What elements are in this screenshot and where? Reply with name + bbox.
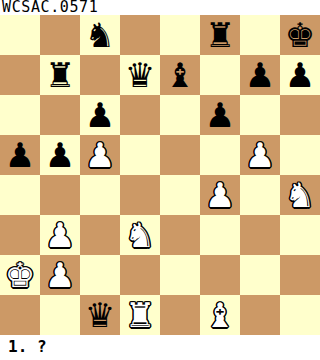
square-b3[interactable]: ♟ (40, 215, 80, 255)
square-d5[interactable] (120, 135, 160, 175)
square-g2[interactable] (240, 255, 280, 295)
square-a6[interactable] (0, 95, 40, 135)
chess-board: ♞♜♚♜♛♝♟♟♟♟♟♟♟♟♟♞♟♞♚♟♛♜♝ (0, 15, 320, 335)
square-d8[interactable] (120, 15, 160, 55)
square-f6[interactable]: ♟ (200, 95, 240, 135)
square-c6[interactable]: ♟ (80, 95, 120, 135)
white-bishop-icon: ♝ (200, 295, 240, 335)
square-e1[interactable] (160, 295, 200, 335)
square-f5[interactable] (200, 135, 240, 175)
square-b8[interactable] (40, 15, 80, 55)
square-a2[interactable]: ♚ (0, 255, 40, 295)
black-queen-icon: ♛ (80, 295, 120, 335)
square-a3[interactable] (0, 215, 40, 255)
black-king-icon: ♚ (280, 15, 320, 55)
square-f8[interactable]: ♜ (200, 15, 240, 55)
problem-title: WCSAC.0571 (0, 0, 320, 15)
square-f3[interactable] (200, 215, 240, 255)
square-c7[interactable] (80, 55, 120, 95)
square-e5[interactable] (160, 135, 200, 175)
square-e4[interactable] (160, 175, 200, 215)
white-pawn-icon: ♟ (240, 135, 280, 175)
square-g6[interactable] (240, 95, 280, 135)
white-king-icon: ♚ (0, 255, 40, 295)
black-pawn-icon: ♟ (0, 135, 40, 175)
black-pawn-icon: ♟ (40, 135, 80, 175)
move-prompt: 1. ? (0, 335, 320, 360)
square-e3[interactable] (160, 215, 200, 255)
square-d2[interactable] (120, 255, 160, 295)
square-g1[interactable] (240, 295, 280, 335)
square-g7[interactable]: ♟ (240, 55, 280, 95)
square-e7[interactable]: ♝ (160, 55, 200, 95)
square-b4[interactable] (40, 175, 80, 215)
square-c2[interactable] (80, 255, 120, 295)
square-a5[interactable]: ♟ (0, 135, 40, 175)
square-b1[interactable] (40, 295, 80, 335)
white-pawn-icon: ♟ (80, 135, 120, 175)
square-e8[interactable] (160, 15, 200, 55)
square-c8[interactable]: ♞ (80, 15, 120, 55)
white-knight-icon: ♞ (120, 215, 160, 255)
black-rook-icon: ♜ (200, 15, 240, 55)
square-a4[interactable] (0, 175, 40, 215)
square-b2[interactable]: ♟ (40, 255, 80, 295)
black-knight-icon: ♞ (80, 15, 120, 55)
square-a1[interactable] (0, 295, 40, 335)
square-g3[interactable] (240, 215, 280, 255)
square-f4[interactable]: ♟ (200, 175, 240, 215)
square-g4[interactable] (240, 175, 280, 215)
square-c4[interactable] (80, 175, 120, 215)
square-d1[interactable]: ♜ (120, 295, 160, 335)
square-g8[interactable] (240, 15, 280, 55)
square-h1[interactable] (280, 295, 320, 335)
square-h3[interactable] (280, 215, 320, 255)
black-pawn-icon: ♟ (80, 95, 120, 135)
square-c3[interactable] (80, 215, 120, 255)
square-d3[interactable]: ♞ (120, 215, 160, 255)
white-pawn-icon: ♟ (40, 255, 80, 295)
white-pawn-icon: ♟ (200, 175, 240, 215)
square-h8[interactable]: ♚ (280, 15, 320, 55)
black-rook-icon: ♜ (40, 55, 80, 95)
square-b5[interactable]: ♟ (40, 135, 80, 175)
white-pawn-icon: ♟ (40, 215, 80, 255)
square-c5[interactable]: ♟ (80, 135, 120, 175)
black-pawn-icon: ♟ (200, 95, 240, 135)
white-knight-icon: ♞ (280, 175, 320, 215)
square-h2[interactable] (280, 255, 320, 295)
square-d4[interactable] (120, 175, 160, 215)
square-e6[interactable] (160, 95, 200, 135)
square-b7[interactable]: ♜ (40, 55, 80, 95)
square-f7[interactable] (200, 55, 240, 95)
square-h7[interactable]: ♟ (280, 55, 320, 95)
white-rook-icon: ♜ (120, 295, 160, 335)
square-c1[interactable]: ♛ (80, 295, 120, 335)
square-h4[interactable]: ♞ (280, 175, 320, 215)
square-a7[interactable] (0, 55, 40, 95)
square-b6[interactable] (40, 95, 80, 135)
square-g5[interactable]: ♟ (240, 135, 280, 175)
square-d7[interactable]: ♛ (120, 55, 160, 95)
square-e2[interactable] (160, 255, 200, 295)
square-f2[interactable] (200, 255, 240, 295)
black-pawn-icon: ♟ (280, 55, 320, 95)
square-d6[interactable] (120, 95, 160, 135)
black-queen-icon: ♛ (120, 55, 160, 95)
square-a8[interactable] (0, 15, 40, 55)
black-pawn-icon: ♟ (240, 55, 280, 95)
square-h5[interactable] (280, 135, 320, 175)
black-bishop-icon: ♝ (160, 55, 200, 95)
square-h6[interactable] (280, 95, 320, 135)
square-f1[interactable]: ♝ (200, 295, 240, 335)
